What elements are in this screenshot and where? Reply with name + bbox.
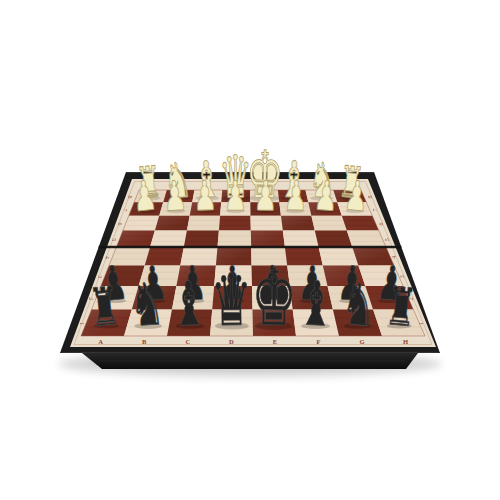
rank-label-left-7: 7 xyxy=(122,209,128,212)
square-g5[interactable] xyxy=(315,231,353,248)
product-photo: ABCDEFGH8877665544332211♜♞♝♛♚♝♞♜♟♟♟♟♟♟♟♟… xyxy=(0,0,500,500)
piece-black-king-e1[interactable]: ♚ xyxy=(251,251,298,345)
piece-white-pawn-d7[interactable]: ♟ xyxy=(223,172,247,220)
piece-white-pawn-f7[interactable]: ♟ xyxy=(283,172,309,221)
piece-white-pawn-h7[interactable]: ♟ xyxy=(342,171,370,221)
rank-label-right-1: 1 xyxy=(418,322,424,325)
file-label-h: H xyxy=(403,338,408,345)
piece-black-queen-d1[interactable]: ♛ xyxy=(210,258,252,342)
rank-label-right-6: 6 xyxy=(378,223,384,226)
rank-label-left-5: 5 xyxy=(111,238,117,241)
rank-label-left-6: 6 xyxy=(117,223,123,226)
piece-black-bishop-c1[interactable]: ♝ xyxy=(170,267,208,340)
piece-white-pawn-e7[interactable]: ♟ xyxy=(253,172,277,220)
rank-label-right-5: 5 xyxy=(384,238,390,241)
piece-black-bishop-f1[interactable]: ♝ xyxy=(297,267,335,340)
square-c5[interactable] xyxy=(184,231,219,248)
piece-black-knight-b1[interactable]: ♞ xyxy=(128,269,167,340)
gloss-reflection xyxy=(251,231,285,248)
piece-white-pawn-b7[interactable]: ♟ xyxy=(161,171,188,220)
rank-label-right-7: 7 xyxy=(372,209,378,212)
square-f5[interactable] xyxy=(283,231,319,248)
rank-label-left-1: 1 xyxy=(79,322,85,325)
piece-black-knight-g1[interactable]: ♞ xyxy=(340,269,379,340)
board-photo-svg: ABCDEFGH8877665544332211♜♞♝♛♚♝♞♜♟♟♟♟♟♟♟♟… xyxy=(0,0,500,500)
piece-white-pawn-a7[interactable]: ♟ xyxy=(130,171,158,221)
chessboard: ABCDEFGH8877665544332211♜♞♝♛♚♝♞♜♟♟♟♟♟♟♟♟… xyxy=(0,0,500,500)
square-d5[interactable] xyxy=(218,231,252,248)
piece-white-pawn-g7[interactable]: ♟ xyxy=(313,171,340,220)
piece-white-pawn-c7[interactable]: ♟ xyxy=(192,172,218,221)
square-b5[interactable] xyxy=(150,231,187,248)
piece-black-rook-a1[interactable]: ♜ xyxy=(87,275,123,338)
piece-black-rook-h1[interactable]: ♜ xyxy=(383,275,419,338)
file-label-a: A xyxy=(98,338,103,345)
